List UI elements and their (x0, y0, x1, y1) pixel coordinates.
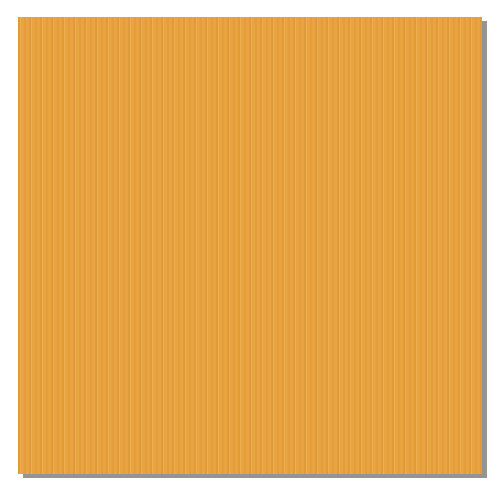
go-diagram-page (0, 0, 500, 500)
go-board[interactable] (18, 17, 482, 474)
